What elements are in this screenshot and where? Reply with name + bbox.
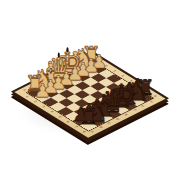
square[interactable]: ♜ <box>81 121 97 130</box>
product-photo-scene: 12345678 12345678 HGFEDCBA HGFEDCBA ♜♟♟♜… <box>0 0 170 170</box>
piece-black-rook[interactable]: ♜ <box>72 100 106 134</box>
